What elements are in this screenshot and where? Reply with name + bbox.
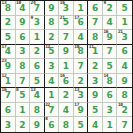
- solution-digit: 1: [34, 33, 40, 42]
- solution-digit: 6: [34, 62, 40, 71]
- solution-digit: 8: [19, 62, 25, 71]
- cell-r4c5[interactable]: 9: [59, 45, 74, 60]
- cell-r1c6[interactable]: 1: [74, 1, 89, 16]
- solution-digit: 4: [48, 77, 54, 86]
- cell-r2c8[interactable]: 4: [103, 16, 118, 31]
- solution-digit: 4: [63, 106, 69, 115]
- cell-r5c9[interactable]: 4: [117, 59, 132, 74]
- cell-r9c5[interactable]: 8: [59, 117, 74, 132]
- solution-digit: 2: [77, 77, 83, 86]
- solution-digit: 5: [107, 62, 113, 71]
- cell-r4c9[interactable]: 6: [117, 45, 132, 60]
- cell-r6c1[interactable]: 121: [1, 74, 16, 89]
- cell-r8c6[interactable]: 179: [74, 103, 89, 118]
- cage-sum-label: 12: [45, 45, 50, 50]
- solution-digit: 4: [77, 33, 83, 42]
- cell-r3c6[interactable]: 4: [74, 30, 89, 45]
- cell-r3c2[interactable]: 6: [16, 30, 31, 45]
- solution-digit: 2: [107, 4, 113, 13]
- solution-digit: 5: [5, 33, 11, 42]
- solution-digit: 9: [122, 77, 128, 86]
- cell-r1c1[interactable]: 138: [1, 1, 16, 16]
- cell-r2c6[interactable]: 176: [74, 16, 89, 31]
- solution-digit: 3: [48, 62, 54, 71]
- cage-sum-label: 17: [74, 16, 79, 21]
- solution-digit: 4: [107, 18, 113, 27]
- cage-sum-label: 8: [16, 88, 18, 93]
- cell-r8c5[interactable]: 4: [59, 103, 74, 118]
- cell-r5c2[interactable]: 8: [16, 59, 31, 74]
- cell-r9c3[interactable]: 9: [30, 117, 45, 132]
- solution-digit: 5: [77, 121, 83, 130]
- solution-digit: 7: [92, 18, 98, 27]
- cage-sum-label: 10: [16, 1, 21, 6]
- cell-r3c4[interactable]: 2: [45, 30, 60, 45]
- solution-digit: 8: [48, 18, 54, 27]
- cell-r5c6[interactable]: 7: [74, 59, 89, 74]
- cell-r1c3[interactable]: 247: [30, 1, 45, 16]
- cell-r5c1[interactable]: 239: [1, 59, 16, 74]
- cell-r7c2[interactable]: 85: [16, 88, 31, 103]
- cell-r8c2[interactable]: 1: [16, 103, 31, 118]
- cell-r8c8[interactable]: 3: [103, 103, 118, 118]
- solution-digit: 4: [122, 62, 128, 71]
- solution-digit: 1: [122, 18, 128, 27]
- cell-r9c1[interactable]: 3: [1, 117, 16, 132]
- cage-sum-label: 22: [45, 103, 50, 108]
- cage-sum-label: 21: [60, 16, 65, 21]
- sudoku-board: 1381042479163169252993821517674156127481…: [0, 0, 133, 133]
- solution-digit: 9: [63, 47, 69, 56]
- cell-r6c5[interactable]: 166: [59, 74, 74, 89]
- cell-r7c6[interactable]: 133: [74, 88, 89, 103]
- cell-r8c7[interactable]: 5: [88, 103, 103, 118]
- cell-r6c8[interactable]: 148: [103, 74, 118, 89]
- solution-digit: 9: [92, 91, 98, 100]
- solution-digit: 8: [92, 33, 98, 42]
- cage-sum-label: 16: [103, 30, 108, 35]
- cell-r2c9[interactable]: 1: [117, 16, 132, 31]
- cage-sum-label: 13: [31, 88, 36, 93]
- cage-sum-label: 9: [31, 16, 33, 21]
- cell-r4c8[interactable]: 7: [103, 45, 118, 60]
- solution-digit: 5: [92, 106, 98, 115]
- cell-r9c8[interactable]: 1: [103, 117, 118, 132]
- solution-digit: 9: [34, 121, 40, 130]
- cell-r6c2[interactable]: 7: [16, 74, 31, 89]
- solution-digit: 7: [77, 62, 83, 71]
- cell-r4c4[interactable]: 125: [45, 45, 60, 60]
- solution-digit: 6: [122, 47, 128, 56]
- cell-r1c2[interactable]: 104: [16, 1, 31, 16]
- cell-r3c8[interactable]: 169: [103, 30, 118, 45]
- solution-digit: 1: [63, 62, 69, 71]
- solution-digit: 9: [48, 4, 54, 13]
- cell-r2c2[interactable]: 9: [16, 16, 31, 31]
- cell-r8c3[interactable]: 8: [30, 103, 45, 118]
- solution-digit: 3: [5, 121, 11, 130]
- solution-digit: 6: [5, 106, 11, 115]
- solution-digit: 3: [34, 18, 40, 27]
- cage-sum-label: 9: [103, 1, 105, 6]
- cell-r6c9[interactable]: 9: [117, 74, 132, 89]
- solution-digit: 2: [19, 121, 25, 130]
- cell-r9c6[interactable]: 5: [74, 117, 89, 132]
- cage-sum-label: 24: [31, 1, 36, 6]
- cage-sum-label: 10: [74, 45, 79, 50]
- cell-r5c8[interactable]: 5: [103, 59, 118, 74]
- cell-r4c7[interactable]: 111: [88, 45, 103, 60]
- solution-digit: 5: [34, 77, 40, 86]
- cell-r4c3[interactable]: 2: [30, 45, 45, 60]
- solution-digit: 6: [48, 121, 54, 130]
- solution-digit: 8: [63, 121, 69, 130]
- cell-r7c3[interactable]: 134: [30, 88, 45, 103]
- cage-sum-label: 12: [2, 74, 7, 79]
- cell-r4c6[interactable]: 108: [74, 45, 89, 60]
- cell-r2c7[interactable]: 7: [88, 16, 103, 31]
- cell-r5c5[interactable]: 1: [59, 59, 74, 74]
- cell-r7c7[interactable]: 9: [88, 88, 103, 103]
- cell-r4c2[interactable]: 3: [16, 45, 31, 60]
- cage-sum-label: 17: [74, 103, 79, 108]
- solution-digit: 2: [63, 91, 69, 100]
- cage-sum-label: 10: [118, 103, 123, 108]
- cell-r7c4[interactable]: 1: [45, 88, 60, 103]
- cell-r6c4[interactable]: 4: [45, 74, 60, 89]
- solution-digit: 7: [63, 33, 69, 42]
- cage-sum-label: 14: [103, 74, 108, 79]
- cell-r1c9[interactable]: 5: [117, 1, 132, 16]
- cell-r8c9[interactable]: 102: [117, 103, 132, 118]
- cell-r7c9[interactable]: 8: [117, 88, 132, 103]
- cell-r5c3[interactable]: 6: [30, 59, 45, 74]
- cell-r3c5[interactable]: 7: [59, 30, 74, 45]
- solution-digit: 2: [92, 62, 98, 71]
- cage-sum-label: 16: [60, 74, 65, 79]
- cell-r8c4[interactable]: 227: [45, 103, 60, 118]
- solution-digit: 7: [19, 77, 25, 86]
- cage-sum-label: 13: [74, 88, 79, 93]
- cell-r2c1[interactable]: 2: [1, 16, 16, 31]
- cage-sum-label: 21: [118, 30, 123, 35]
- solution-digit: 4: [92, 121, 98, 130]
- solution-digit: 7: [122, 121, 128, 130]
- solution-digit: 6: [19, 33, 25, 42]
- solution-digit: 3: [107, 106, 113, 115]
- cell-r1c7[interactable]: 6: [88, 1, 103, 16]
- cell-r2c3[interactable]: 93: [30, 16, 45, 31]
- cage-sum-label: 17: [2, 45, 7, 50]
- cell-r6c3[interactable]: 5: [30, 74, 45, 89]
- solution-digit: 6: [92, 4, 98, 13]
- solution-digit: 2: [34, 47, 40, 56]
- solution-digit: 8: [34, 106, 40, 115]
- cell-r9c2[interactable]: 2: [16, 117, 31, 132]
- cell-r7c5[interactable]: 2: [59, 88, 74, 103]
- cell-r9c9[interactable]: 7: [117, 117, 132, 132]
- cell-r5c4[interactable]: 3: [45, 59, 60, 74]
- solution-digit: 5: [122, 4, 128, 13]
- solution-digit: 9: [19, 18, 25, 27]
- solution-digit: 1: [107, 121, 113, 130]
- cell-r7c8[interactable]: 6: [103, 88, 118, 103]
- solution-digit: 6: [107, 91, 113, 100]
- cell-r9c7[interactable]: 4: [88, 117, 103, 132]
- solution-digit: 5: [19, 91, 25, 100]
- solution-digit: 2: [48, 33, 54, 42]
- solution-digit: 2: [5, 18, 11, 27]
- solution-digit: 3: [92, 77, 98, 86]
- cage-sum-label: 11: [89, 45, 94, 50]
- cage-sum-label: 16: [2, 88, 7, 93]
- solution-digit: 3: [19, 47, 25, 56]
- cell-r7c1[interactable]: 167: [1, 88, 16, 103]
- cell-r3c9[interactable]: 213: [117, 30, 132, 45]
- cell-r1c8[interactable]: 92: [103, 1, 118, 16]
- cage-sum-label: 16: [60, 1, 65, 6]
- cell-r9c4[interactable]: 86: [45, 117, 60, 132]
- solution-digit: 1: [48, 91, 54, 100]
- cell-r3c1[interactable]: 5: [1, 30, 16, 45]
- cell-r4c1[interactable]: 174: [1, 45, 16, 60]
- cell-r2c5[interactable]: 215: [59, 16, 74, 31]
- cage-sum-label: 13: [2, 1, 7, 6]
- cell-r3c7[interactable]: 8: [88, 30, 103, 45]
- solution-digit: 1: [77, 4, 83, 13]
- cell-r1c5[interactable]: 163: [59, 1, 74, 16]
- solution-digit: 1: [19, 106, 25, 115]
- cell-r6c6[interactable]: 2: [74, 74, 89, 89]
- cell-r6c7[interactable]: 3: [88, 74, 103, 89]
- cage-sum-label: 8: [45, 117, 47, 122]
- solution-digit: 8: [122, 91, 128, 100]
- cell-r5c7[interactable]: 2: [88, 59, 103, 74]
- cell-r2c4[interactable]: 8: [45, 16, 60, 31]
- solution-digit: 7: [107, 47, 113, 56]
- cell-r8c1[interactable]: 6: [1, 103, 16, 118]
- cell-r1c4[interactable]: 9: [45, 1, 60, 16]
- cell-r3c3[interactable]: 1: [30, 30, 45, 45]
- cage-sum-label: 23: [2, 59, 7, 64]
